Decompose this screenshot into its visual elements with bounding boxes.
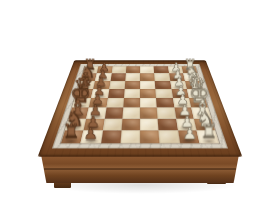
square-f4 xyxy=(140,108,158,119)
square-a5 xyxy=(126,66,140,73)
square-h4 xyxy=(140,130,160,143)
marble-border: ♜♟♟♜♞♟♟♞♝♟♟♝♛♟♟♛♚♟♟♚♝♟♟♝♞♟♟♞♜♟♟♜ xyxy=(52,64,228,149)
square-f5 xyxy=(122,108,140,119)
square-h5 xyxy=(120,130,140,143)
square-b5 xyxy=(125,73,140,81)
square-h1: ♜ xyxy=(196,130,219,143)
square-e5 xyxy=(123,98,140,108)
square-e4 xyxy=(140,98,157,108)
wooden-tray-frame: ♜♟♟♜♞♟♟♞♝♟♟♝♛♟♟♛♚♟♟♚♝♟♟♝♞♟♟♞♜♟♟♜ xyxy=(38,60,243,156)
board-perspective-wrap: ♜♟♟♜♞♟♟♞♝♟♟♝♛♟♟♛♚♟♟♚♝♟♟♝♞♟♟♞♜♟♟♜ xyxy=(60,18,220,178)
square-h7: ♟ xyxy=(81,130,103,143)
chess-set-photo: ♜♟♟♜♞♟♟♞♝♟♟♝♛♟♟♛♚♟♟♚♝♟♟♝♞♟♟♞♜♟♟♜ xyxy=(0,0,280,210)
square-a4 xyxy=(140,66,154,73)
piece-white-rook: ♜ xyxy=(189,122,228,141)
square-b4 xyxy=(140,73,155,81)
square-d4 xyxy=(140,89,156,98)
piece-black-pawn: ♟ xyxy=(71,126,110,142)
chess-board: ♜♟♟♜♞♟♟♞♝♟♟♝♛♟♟♛♚♟♟♚♝♟♟♝♞♟♟♞♜♟♟♜ xyxy=(61,66,219,143)
square-c5 xyxy=(124,81,140,89)
square-c4 xyxy=(140,81,156,89)
square-g5 xyxy=(121,118,140,130)
square-d5 xyxy=(124,89,140,98)
square-g4 xyxy=(140,118,159,130)
